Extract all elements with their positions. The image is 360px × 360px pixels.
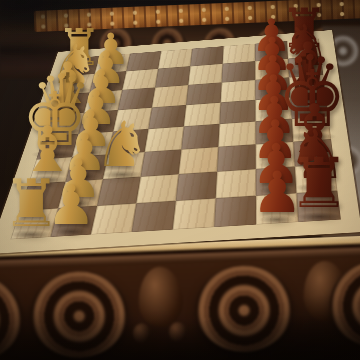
- square-f6[interactable]: [217, 144, 256, 171]
- carved-frame-bottom: [0, 243, 360, 360]
- square-c5[interactable]: [186, 83, 222, 106]
- black-pawn-h7[interactable]: ♟: [251, 164, 302, 221]
- frame-corner-shadow: [0, 243, 360, 360]
- square-e5[interactable]: [181, 124, 219, 150]
- chessboard-photo: ♜♞♝♛♚♝♞♜♟♟♟♟♟♟♟♟♞♟♟♟♟♟♟♟♟♜♞♝♛♚♝♜: [0, 0, 360, 360]
- square-d6[interactable]: [220, 100, 256, 124]
- square-g5[interactable]: [176, 172, 217, 201]
- square-d4[interactable]: [148, 105, 186, 129]
- square-e6[interactable]: [218, 121, 255, 147]
- square-f5[interactable]: [179, 147, 219, 174]
- square-e4[interactable]: [145, 126, 184, 152]
- square-d5[interactable]: [184, 103, 221, 127]
- square-h4[interactable]: [132, 201, 176, 232]
- square-h5[interactable]: [173, 198, 216, 229]
- square-c4[interactable]: [152, 85, 188, 108]
- square-c6[interactable]: [221, 80, 256, 103]
- white-rook-h1[interactable]: ♜: [2, 171, 60, 236]
- square-g6[interactable]: [216, 169, 256, 198]
- square-h6[interactable]: [214, 196, 256, 227]
